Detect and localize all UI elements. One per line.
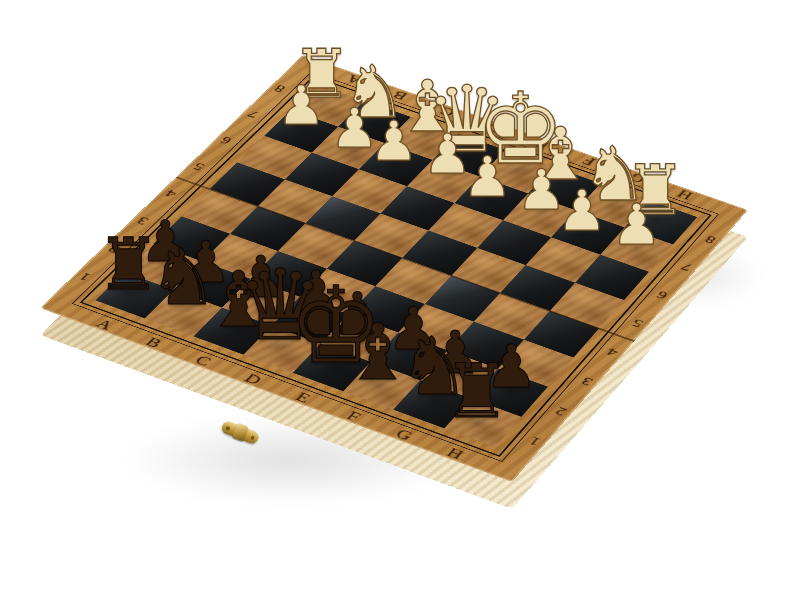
rank-label-2-left: 2 — [105, 242, 123, 255]
file-label-g-far: G — [626, 170, 648, 185]
rank-label-2-right: 2 — [552, 404, 570, 418]
chess-set-photo: AABBCCDDEEFFGGHH1122334455667788 ♜♞♝♛♚♝♞… — [0, 0, 800, 600]
rank-label-7-left: 7 — [245, 108, 262, 120]
file-label-f-far: F — [580, 154, 600, 168]
rank-label-3-left: 3 — [134, 214, 152, 227]
rank-label-8-right: 8 — [702, 233, 719, 246]
rank-label-5-right: 5 — [629, 317, 646, 330]
rank-label-8-left: 8 — [271, 82, 288, 94]
rank-label-6-right: 6 — [654, 288, 671, 301]
rank-label-6-left: 6 — [218, 134, 236, 146]
clasp-screw — [250, 435, 255, 440]
rank-label-1-right: 1 — [526, 434, 544, 448]
rank-label-4-right: 4 — [604, 345, 621, 359]
rank-label-7-right: 7 — [678, 260, 695, 273]
rank-label-4-left: 4 — [162, 187, 180, 200]
rank-label-1-left: 1 — [76, 270, 95, 283]
rank-label-5-left: 5 — [190, 160, 208, 173]
rank-label-3-right: 3 — [578, 374, 596, 388]
clasp-screw — [225, 426, 230, 431]
file-label-h-far: H — [674, 187, 696, 202]
